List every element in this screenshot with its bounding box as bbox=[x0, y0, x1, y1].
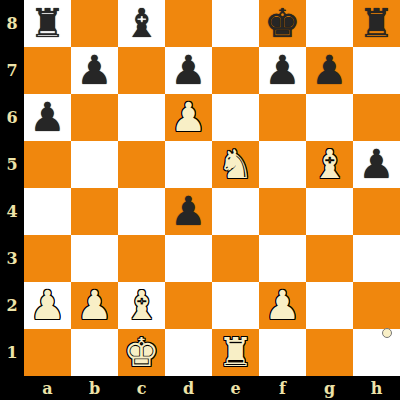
square-b2[interactable]: ♟ bbox=[71, 282, 118, 329]
square-h3[interactable] bbox=[353, 235, 400, 282]
file-label-c: c bbox=[118, 376, 165, 400]
square-e7[interactable] bbox=[212, 47, 259, 94]
square-e6[interactable] bbox=[212, 94, 259, 141]
square-f6[interactable] bbox=[259, 94, 306, 141]
square-g7[interactable]: ♟ bbox=[306, 47, 353, 94]
square-f1[interactable] bbox=[259, 329, 306, 376]
square-h4[interactable] bbox=[353, 188, 400, 235]
square-c5[interactable] bbox=[118, 141, 165, 188]
square-d5[interactable] bbox=[165, 141, 212, 188]
rank-label-6: 6 bbox=[0, 94, 24, 141]
square-b4[interactable] bbox=[71, 188, 118, 235]
black-pawn-d4[interactable]: ♟ bbox=[171, 188, 207, 235]
white-pawn-f2[interactable]: ♟ bbox=[265, 282, 301, 329]
square-h6[interactable] bbox=[353, 94, 400, 141]
square-b5[interactable] bbox=[71, 141, 118, 188]
square-c2[interactable]: ♝ bbox=[118, 282, 165, 329]
square-d6[interactable]: ♟ bbox=[165, 94, 212, 141]
square-c4[interactable] bbox=[118, 188, 165, 235]
black-pawn-g7[interactable]: ♟ bbox=[312, 47, 348, 94]
black-king-f8[interactable]: ♚ bbox=[265, 0, 301, 47]
square-c1[interactable]: ♚ bbox=[118, 329, 165, 376]
square-c8[interactable]: ♝ bbox=[118, 0, 165, 47]
square-h1[interactable] bbox=[353, 329, 400, 376]
black-rook-h8[interactable]: ♜ bbox=[359, 0, 395, 47]
black-pawn-d7[interactable]: ♟ bbox=[171, 47, 207, 94]
black-rook-a8[interactable]: ♜ bbox=[30, 0, 66, 47]
rank-label-5: 5 bbox=[0, 141, 24, 188]
square-e1[interactable]: ♜ bbox=[212, 329, 259, 376]
square-g6[interactable] bbox=[306, 94, 353, 141]
file-label-g: g bbox=[306, 376, 353, 400]
white-bishop-g5[interactable]: ♝ bbox=[312, 141, 348, 188]
square-g3[interactable] bbox=[306, 235, 353, 282]
square-f7[interactable]: ♟ bbox=[259, 47, 306, 94]
square-g5[interactable]: ♝ bbox=[306, 141, 353, 188]
black-pawn-b7[interactable]: ♟ bbox=[77, 47, 113, 94]
file-label-b: b bbox=[71, 376, 118, 400]
square-a6[interactable]: ♟ bbox=[24, 94, 71, 141]
square-e3[interactable] bbox=[212, 235, 259, 282]
file-labels: abcdefgh bbox=[24, 376, 400, 400]
black-pawn-h5[interactable]: ♟ bbox=[359, 141, 395, 188]
square-d2[interactable] bbox=[165, 282, 212, 329]
square-e4[interactable] bbox=[212, 188, 259, 235]
square-f3[interactable] bbox=[259, 235, 306, 282]
square-a7[interactable] bbox=[24, 47, 71, 94]
square-f5[interactable] bbox=[259, 141, 306, 188]
square-g1[interactable] bbox=[306, 329, 353, 376]
square-b8[interactable] bbox=[71, 0, 118, 47]
square-c7[interactable] bbox=[118, 47, 165, 94]
square-h8[interactable]: ♜ bbox=[353, 0, 400, 47]
square-h5[interactable]: ♟ bbox=[353, 141, 400, 188]
square-c6[interactable] bbox=[118, 94, 165, 141]
file-label-h: h bbox=[353, 376, 400, 400]
black-pawn-a6[interactable]: ♟ bbox=[30, 94, 66, 141]
square-a8[interactable]: ♜ bbox=[24, 0, 71, 47]
rank-labels: 87654321 bbox=[0, 0, 24, 376]
square-a3[interactable] bbox=[24, 235, 71, 282]
square-e2[interactable] bbox=[212, 282, 259, 329]
black-bishop-c8[interactable]: ♝ bbox=[124, 0, 160, 47]
square-b1[interactable] bbox=[71, 329, 118, 376]
white-rook-e1[interactable]: ♜ bbox=[218, 329, 254, 376]
square-a2[interactable]: ♟ bbox=[24, 282, 71, 329]
square-a1[interactable] bbox=[24, 329, 71, 376]
square-g8[interactable] bbox=[306, 0, 353, 47]
file-label-d: d bbox=[165, 376, 212, 400]
rank-label-3: 3 bbox=[0, 235, 24, 282]
square-c3[interactable] bbox=[118, 235, 165, 282]
square-b6[interactable] bbox=[71, 94, 118, 141]
square-f8[interactable]: ♚ bbox=[259, 0, 306, 47]
white-king-c1[interactable]: ♚ bbox=[124, 329, 160, 376]
rank-label-1: 1 bbox=[0, 329, 24, 376]
file-label-e: e bbox=[212, 376, 259, 400]
square-e5[interactable]: ♞ bbox=[212, 141, 259, 188]
square-d3[interactable] bbox=[165, 235, 212, 282]
square-f4[interactable] bbox=[259, 188, 306, 235]
black-pawn-f7[interactable]: ♟ bbox=[265, 47, 301, 94]
white-pawn-a2[interactable]: ♟ bbox=[30, 282, 66, 329]
square-d4[interactable]: ♟ bbox=[165, 188, 212, 235]
square-b7[interactable]: ♟ bbox=[71, 47, 118, 94]
rank-label-7: 7 bbox=[0, 47, 24, 94]
white-bishop-c2[interactable]: ♝ bbox=[124, 282, 160, 329]
board: ♜♝♚♜♟♟♟♟♟♟♞♝♟♟♟♟♝♟♚♜ bbox=[24, 0, 400, 376]
rank-label-2: 2 bbox=[0, 282, 24, 329]
white-pawn-b2[interactable]: ♟ bbox=[77, 282, 113, 329]
square-b3[interactable] bbox=[71, 235, 118, 282]
square-g4[interactable] bbox=[306, 188, 353, 235]
square-a5[interactable] bbox=[24, 141, 71, 188]
square-f2[interactable]: ♟ bbox=[259, 282, 306, 329]
square-d8[interactable] bbox=[165, 0, 212, 47]
white-to-move-indicator bbox=[382, 328, 392, 338]
file-label-f: f bbox=[259, 376, 306, 400]
square-h2[interactable] bbox=[353, 282, 400, 329]
white-pawn-d6[interactable]: ♟ bbox=[171, 94, 207, 141]
square-h7[interactable] bbox=[353, 47, 400, 94]
white-knight-e5[interactable]: ♞ bbox=[218, 141, 254, 188]
square-e8[interactable] bbox=[212, 0, 259, 47]
chess-board-window: 87654321 ♜♝♚♜♟♟♟♟♟♟♞♝♟♟♟♟♝♟♚♜ abcdefgh bbox=[0, 0, 400, 400]
square-d7[interactable]: ♟ bbox=[165, 47, 212, 94]
square-d1[interactable] bbox=[165, 329, 212, 376]
square-g2[interactable] bbox=[306, 282, 353, 329]
file-label-a: a bbox=[24, 376, 71, 400]
rank-label-4: 4 bbox=[0, 188, 24, 235]
rank-label-8: 8 bbox=[0, 0, 24, 47]
square-a4[interactable] bbox=[24, 188, 71, 235]
